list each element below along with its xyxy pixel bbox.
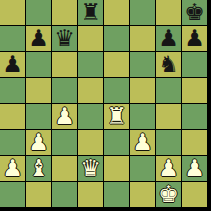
- square-e4[interactable]: ♜: [104, 104, 129, 129]
- chess-board-grid: ♜♚♟♛♟♟♟♞♟♜♟♟♟♝♛♟♟♚: [0, 0, 207, 207]
- square-f8[interactable]: [130, 0, 155, 25]
- square-f2[interactable]: [130, 156, 155, 181]
- square-g4[interactable]: [156, 104, 181, 129]
- square-d5[interactable]: [78, 78, 103, 103]
- square-b4[interactable]: [26, 104, 51, 129]
- square-e5[interactable]: [104, 78, 129, 103]
- square-b7[interactable]: ♟: [26, 26, 51, 51]
- square-d3[interactable]: [78, 130, 103, 155]
- square-c4[interactable]: ♟: [52, 104, 77, 129]
- square-f6[interactable]: [130, 52, 155, 77]
- square-d8[interactable]: ♜: [78, 0, 103, 25]
- square-h4[interactable]: [182, 104, 207, 129]
- black-queen[interactable]: ♛: [54, 26, 75, 51]
- black-pawn[interactable]: ♟: [184, 26, 205, 51]
- square-c5[interactable]: [52, 78, 77, 103]
- square-g8[interactable]: [156, 0, 181, 25]
- square-h6[interactable]: [182, 52, 207, 77]
- square-f3[interactable]: ♟: [130, 130, 155, 155]
- square-e2[interactable]: [104, 156, 129, 181]
- square-a6[interactable]: ♟: [0, 52, 25, 77]
- square-d4[interactable]: [78, 104, 103, 129]
- square-e6[interactable]: [104, 52, 129, 77]
- square-a8[interactable]: [0, 0, 25, 25]
- square-g2[interactable]: ♟: [156, 156, 181, 181]
- black-pawn[interactable]: ♟: [28, 26, 49, 51]
- square-f4[interactable]: [130, 104, 155, 129]
- black-king[interactable]: ♚: [184, 0, 205, 25]
- square-e8[interactable]: [104, 0, 129, 25]
- square-a4[interactable]: [0, 104, 25, 129]
- square-b3[interactable]: ♟: [26, 130, 51, 155]
- black-rook[interactable]: ♜: [80, 0, 101, 25]
- square-b5[interactable]: [26, 78, 51, 103]
- square-b1[interactable]: [26, 182, 51, 207]
- square-a1[interactable]: [0, 182, 25, 207]
- square-a5[interactable]: [0, 78, 25, 103]
- square-c2[interactable]: [52, 156, 77, 181]
- square-b8[interactable]: [26, 0, 51, 25]
- square-h3[interactable]: [182, 130, 207, 155]
- square-e3[interactable]: [104, 130, 129, 155]
- square-d1[interactable]: [78, 182, 103, 207]
- white-queen[interactable]: ♛: [80, 156, 101, 181]
- square-h8[interactable]: ♚: [182, 0, 207, 25]
- square-f1[interactable]: [130, 182, 155, 207]
- square-f7[interactable]: [130, 26, 155, 51]
- white-bishop[interactable]: ♝: [28, 156, 49, 181]
- white-king[interactable]: ♚: [158, 182, 179, 207]
- black-knight[interactable]: ♞: [158, 52, 179, 77]
- square-g3[interactable]: [156, 130, 181, 155]
- white-pawn[interactable]: ♟: [28, 130, 49, 155]
- white-pawn[interactable]: ♟: [184, 156, 205, 181]
- square-c6[interactable]: [52, 52, 77, 77]
- square-g5[interactable]: [156, 78, 181, 103]
- white-pawn[interactable]: ♟: [158, 156, 179, 181]
- square-d2[interactable]: ♛: [78, 156, 103, 181]
- square-c7[interactable]: ♛: [52, 26, 77, 51]
- square-e7[interactable]: [104, 26, 129, 51]
- square-d7[interactable]: [78, 26, 103, 51]
- white-rook[interactable]: ♜: [106, 104, 127, 129]
- square-g7[interactable]: ♟: [156, 26, 181, 51]
- square-a3[interactable]: [0, 130, 25, 155]
- square-h7[interactable]: ♟: [182, 26, 207, 51]
- white-pawn[interactable]: ♟: [2, 156, 23, 181]
- square-a2[interactable]: ♟: [0, 156, 25, 181]
- square-b6[interactable]: [26, 52, 51, 77]
- square-e1[interactable]: [104, 182, 129, 207]
- square-c8[interactable]: [52, 0, 77, 25]
- square-f5[interactable]: [130, 78, 155, 103]
- square-h1[interactable]: [182, 182, 207, 207]
- square-h5[interactable]: [182, 78, 207, 103]
- white-pawn[interactable]: ♟: [54, 104, 75, 129]
- black-pawn[interactable]: ♟: [2, 52, 23, 77]
- square-c1[interactable]: [52, 182, 77, 207]
- square-h2[interactable]: ♟: [182, 156, 207, 181]
- square-g6[interactable]: ♞: [156, 52, 181, 77]
- square-d6[interactable]: [78, 52, 103, 77]
- square-c3[interactable]: [52, 130, 77, 155]
- chess-board: ♜♚♟♛♟♟♟♞♟♜♟♟♟♝♛♟♟♚: [0, 0, 211, 211]
- square-a7[interactable]: [0, 26, 25, 51]
- square-b2[interactable]: ♝: [26, 156, 51, 181]
- square-g1[interactable]: ♚: [156, 182, 181, 207]
- black-pawn[interactable]: ♟: [158, 26, 179, 51]
- white-pawn[interactable]: ♟: [132, 130, 153, 155]
